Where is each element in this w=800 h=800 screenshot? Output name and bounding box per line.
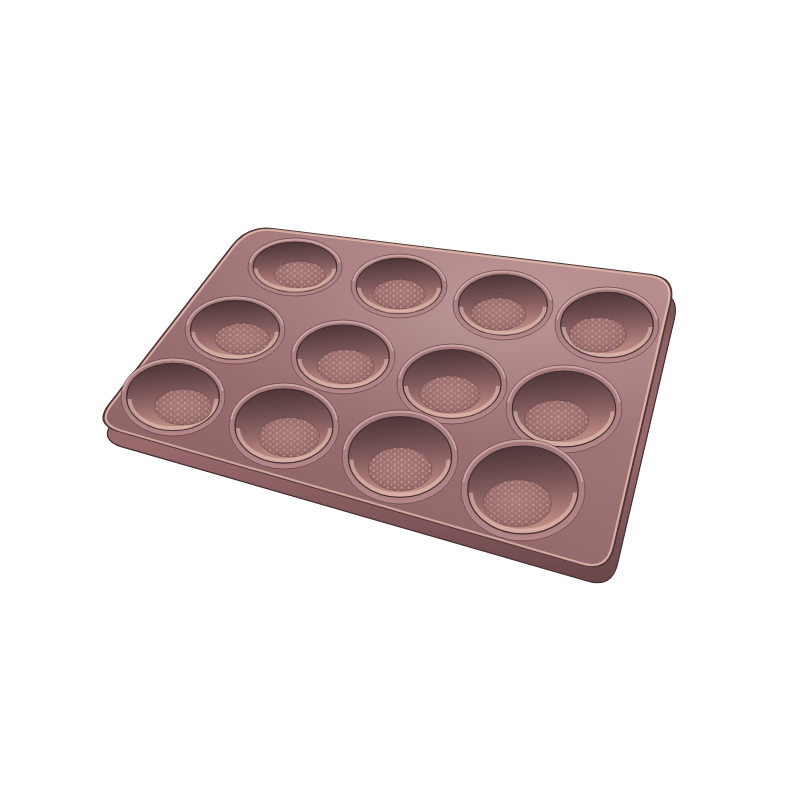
cup-bottom-dot-texture bbox=[215, 323, 270, 354]
muffin-cup-r1c1 bbox=[248, 238, 342, 296]
muffin-cup-r1c3 bbox=[453, 270, 553, 340]
cup-bottom bbox=[274, 261, 326, 288]
cup-bottom-dot-texture bbox=[373, 280, 426, 309]
cup-bottom-dot-texture bbox=[274, 261, 326, 288]
cup-bottom bbox=[471, 298, 526, 330]
muffin-cup-r1c2 bbox=[351, 254, 447, 318]
muffin-cup-r2c2 bbox=[291, 320, 395, 394]
cup-bottom-dot-texture bbox=[419, 376, 480, 413]
cup-bottom bbox=[419, 376, 480, 413]
cup-bottom bbox=[368, 448, 432, 491]
cup-bottom bbox=[317, 350, 374, 384]
cup-bottom-dot-texture bbox=[569, 317, 626, 352]
cup-bottom bbox=[483, 480, 551, 527]
cup-bottom bbox=[259, 417, 320, 457]
cup-bottom-dot-texture bbox=[483, 480, 551, 527]
cup-bottom bbox=[569, 317, 626, 352]
muffin-cup-r2c1 bbox=[185, 296, 285, 364]
muffin-cup-r3c4 bbox=[461, 439, 585, 541]
muffin-cup-r3c2 bbox=[229, 383, 339, 469]
cup-bottom-dot-texture bbox=[471, 298, 526, 330]
cup-bottom-dot-texture bbox=[317, 350, 374, 384]
muffin-cup-r3c3 bbox=[342, 410, 458, 504]
muffin-cup-r1c4 bbox=[555, 287, 659, 363]
cup-bottom-dot-texture bbox=[155, 389, 212, 425]
muffin-cup-r3c1 bbox=[121, 358, 225, 436]
cup-bottom bbox=[525, 400, 589, 440]
cup-bottom-dot-texture bbox=[525, 400, 589, 440]
cup-bottom bbox=[373, 280, 426, 309]
cup-bottom bbox=[155, 389, 212, 425]
muffin-pan-image bbox=[0, 0, 800, 800]
cup-bottom-dot-texture bbox=[259, 417, 320, 457]
product-photo bbox=[0, 0, 800, 800]
cup-bottom-dot-texture bbox=[368, 448, 432, 491]
cup-bottom bbox=[215, 323, 270, 354]
